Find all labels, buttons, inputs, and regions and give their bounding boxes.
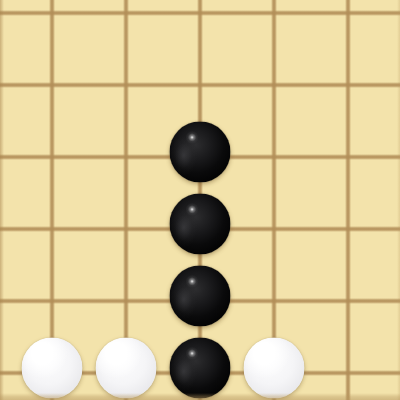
grid-line-h-1 — [0, 82, 400, 88]
black-stone — [170, 338, 231, 399]
black-stone — [170, 122, 231, 183]
white-stone — [22, 338, 83, 399]
grid-line-v-4 — [345, 0, 351, 400]
black-stone — [170, 266, 231, 327]
board-viewport — [0, 0, 400, 400]
black-stone — [170, 194, 231, 255]
grid-line-h-0 — [0, 10, 400, 16]
go-board[interactable] — [0, 0, 400, 400]
white-stone — [244, 338, 305, 399]
white-stone — [96, 338, 157, 399]
